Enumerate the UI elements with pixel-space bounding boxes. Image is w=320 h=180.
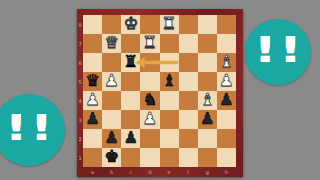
square-a4: ♟ — [83, 91, 102, 110]
square-h3 — [217, 110, 236, 129]
square-c1 — [121, 148, 140, 167]
square-h1 — [217, 148, 236, 167]
square-d4: ♞ — [140, 91, 159, 110]
square-c8: ♚ — [121, 15, 140, 34]
square-e2 — [160, 129, 179, 148]
square-f5 — [179, 72, 198, 91]
piece-black-pawn: ♟ — [200, 111, 215, 128]
square-f2 — [179, 129, 198, 148]
piece-black-pawn: ♟ — [104, 130, 119, 147]
square-a2 — [83, 129, 102, 148]
square-d7: ♜ — [140, 34, 159, 53]
file-label-e: e — [160, 167, 179, 177]
square-d2 — [140, 129, 159, 148]
piece-white-pawn: ♟ — [104, 73, 119, 90]
square-h5: ♟ — [217, 72, 236, 91]
square-d6 — [140, 53, 159, 72]
file-label-g: g — [198, 167, 217, 177]
double-exclam-text: !! — [4, 110, 55, 146]
piece-white-queen: ♛ — [104, 35, 119, 52]
piece-white-pawn: ♟ — [143, 111, 158, 128]
square-h8 — [217, 15, 236, 34]
square-f1 — [179, 148, 198, 167]
square-a3: ♟ — [83, 110, 102, 129]
square-g5 — [198, 72, 217, 91]
board-squares: ♚♜♛♜♜♝♛♟♝♟♟♞♝♟♟♟♟♟♟♚ — [83, 15, 236, 167]
piece-black-rook: ♜ — [123, 54, 138, 71]
square-c4 — [121, 91, 140, 110]
square-e1 — [160, 148, 179, 167]
piece-white-bishop: ♝ — [200, 92, 215, 109]
square-e4 — [160, 91, 179, 110]
square-b3 — [102, 110, 121, 129]
piece-white-rook: ♜ — [162, 16, 177, 33]
square-g3: ♟ — [198, 110, 217, 129]
square-g2 — [198, 129, 217, 148]
square-e8: ♜ — [160, 15, 179, 34]
square-c6: ♜ — [121, 53, 140, 72]
file-label-h: h — [217, 167, 236, 177]
piece-black-knight: ♞ — [143, 92, 158, 109]
square-b7: ♛ — [102, 34, 121, 53]
piece-black-bishop: ♝ — [162, 73, 177, 90]
square-h6: ♝ — [217, 53, 236, 72]
file-label-b: b — [102, 167, 121, 177]
square-b2: ♟ — [102, 129, 121, 148]
square-c7 — [121, 34, 140, 53]
square-c3 — [121, 110, 140, 129]
square-g4: ♝ — [198, 91, 217, 110]
square-e6 — [160, 53, 179, 72]
piece-black-pawn: ♟ — [219, 92, 234, 109]
square-h2 — [217, 129, 236, 148]
piece-white-rook: ♜ — [143, 35, 158, 52]
square-h4: ♟ — [217, 91, 236, 110]
piece-white-pawn: ♟ — [219, 73, 234, 90]
square-e7 — [160, 34, 179, 53]
square-a8 — [83, 15, 102, 34]
piece-black-pawn: ♟ — [85, 111, 100, 128]
square-f3 — [179, 110, 198, 129]
piece-black-pawn: ♟ — [123, 130, 138, 147]
square-d8 — [140, 15, 159, 34]
square-g8 — [198, 15, 217, 34]
file-label-c: c — [121, 167, 140, 177]
piece-black-queen: ♛ — [85, 73, 100, 90]
file-label-d: d — [140, 167, 159, 177]
square-g1 — [198, 148, 217, 167]
square-e3 — [160, 110, 179, 129]
square-c2: ♟ — [121, 129, 140, 148]
file-labels: abcdefgh — [83, 167, 236, 177]
square-d1 — [140, 148, 159, 167]
square-b8 — [102, 15, 121, 34]
thumbnail-canvas: { "game": "chess", "position": { "fen": … — [0, 0, 320, 180]
square-h7 — [217, 34, 236, 53]
square-b6 — [102, 53, 121, 72]
double-exclam-badge-left: !! — [0, 94, 65, 166]
file-label-a: a — [83, 167, 102, 177]
square-f8 — [179, 15, 198, 34]
piece-white-king: ♚ — [123, 16, 138, 33]
square-b5: ♟ — [102, 72, 121, 91]
square-e5: ♝ — [160, 72, 179, 91]
file-label-f: f — [179, 167, 198, 177]
double-exclam-text: !! — [253, 32, 304, 68]
square-f4 — [179, 91, 198, 110]
square-g6 — [198, 53, 217, 72]
double-exclam-badge-right: !! — [245, 19, 311, 85]
chess-board: 87654321 abcdefgh ♚♜♛♜♜♝♛♟♝♟♟♞♝♟♟♟♟♟♟♚ — [77, 9, 243, 177]
square-b4 — [102, 91, 121, 110]
square-f7 — [179, 34, 198, 53]
square-a5: ♛ — [83, 72, 102, 91]
square-a1 — [83, 148, 102, 167]
square-g7 — [198, 34, 217, 53]
square-d5 — [140, 72, 159, 91]
piece-white-pawn: ♟ — [85, 92, 100, 109]
square-b1: ♚ — [102, 148, 121, 167]
square-a7 — [83, 34, 102, 53]
square-d3: ♟ — [140, 110, 159, 129]
square-f6 — [179, 53, 198, 72]
square-a6 — [83, 53, 102, 72]
piece-white-bishop: ♝ — [219, 54, 234, 71]
square-c5 — [121, 72, 140, 91]
piece-black-king: ♚ — [104, 149, 119, 166]
